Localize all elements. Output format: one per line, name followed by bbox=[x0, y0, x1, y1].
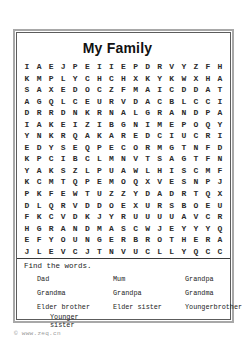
grid-cell: I bbox=[57, 153, 69, 165]
grid-cell: D bbox=[81, 223, 93, 235]
grid-cell: A bbox=[202, 84, 214, 96]
grid-cell: D bbox=[81, 200, 93, 212]
grid-cell: Q bbox=[69, 130, 81, 142]
grid-cell: K bbox=[45, 119, 57, 131]
grid-cell: R bbox=[142, 234, 154, 246]
grid-cell: S bbox=[57, 165, 69, 177]
grid-cell: A bbox=[33, 84, 45, 96]
grid-cell: C bbox=[117, 142, 129, 154]
grid-cell: Y bbox=[190, 223, 202, 235]
grid-cell: K bbox=[166, 73, 178, 85]
grid-cell: N bbox=[214, 153, 226, 165]
grid-cell: S bbox=[154, 153, 166, 165]
grid-cell: M bbox=[105, 176, 117, 188]
grid-cell: Y bbox=[45, 234, 57, 246]
grid-cell: U bbox=[166, 211, 178, 223]
grid-cell: D bbox=[142, 130, 154, 142]
grid-cell: E bbox=[57, 84, 69, 96]
grid-cell: A bbox=[33, 61, 45, 73]
grid-cell: J bbox=[154, 223, 166, 235]
grid-cell: A bbox=[33, 119, 45, 131]
grid-cell: P bbox=[45, 73, 57, 85]
couple-figure-icon bbox=[193, 39, 221, 58]
grid-cell: R bbox=[154, 107, 166, 119]
grid-cell: V bbox=[57, 246, 69, 258]
grid-cell: X bbox=[130, 200, 142, 212]
grid-cell: E bbox=[166, 176, 178, 188]
grid-cell: V bbox=[117, 96, 129, 108]
grid-cell: K bbox=[45, 130, 57, 142]
grid-cell: L bbox=[178, 96, 190, 108]
grid-cell: L bbox=[33, 246, 45, 258]
grid-cell: G bbox=[166, 142, 178, 154]
grid-cell: V bbox=[57, 211, 69, 223]
grid-cell: Z bbox=[105, 84, 117, 96]
grid-cell: R bbox=[142, 142, 154, 154]
grid-cell: D bbox=[190, 84, 202, 96]
grid-cell: E bbox=[93, 176, 105, 188]
header: My Family bbox=[17, 33, 230, 60]
grid-cell: P bbox=[69, 61, 81, 73]
grid-cell: L bbox=[57, 96, 69, 108]
grid-cell: N bbox=[69, 107, 81, 119]
grid-cell: T bbox=[214, 84, 226, 96]
grid-cell: R bbox=[57, 130, 69, 142]
grid-cell: S bbox=[117, 223, 129, 235]
grid-cell: Y bbox=[45, 142, 57, 154]
grid-cell: R bbox=[105, 96, 117, 108]
grid-cell: C bbox=[190, 130, 202, 142]
grid-cell: R bbox=[202, 234, 214, 246]
grid-cell: O bbox=[154, 234, 166, 246]
grid-cell: A bbox=[57, 223, 69, 235]
grandpa-avatar-icon bbox=[172, 273, 182, 285]
grid-cell: K bbox=[81, 211, 93, 223]
grid-cell: B bbox=[130, 234, 142, 246]
word-label: Grandma bbox=[37, 289, 66, 297]
grid-cell: A bbox=[117, 165, 129, 177]
grid-cell: Z bbox=[117, 188, 129, 200]
grid-cell: P bbox=[202, 107, 214, 119]
grid-cell: A bbox=[21, 96, 33, 108]
grid-cell: F bbox=[202, 61, 214, 73]
grid-cell: C bbox=[81, 153, 93, 165]
grid-cell: X bbox=[214, 188, 226, 200]
younger-brother-avatar-icon bbox=[172, 301, 182, 313]
grid-cell: D bbox=[190, 107, 202, 119]
grid-cell: Y bbox=[202, 223, 214, 235]
grid-cell: C bbox=[166, 84, 178, 96]
grid-cell: Y bbox=[154, 73, 166, 85]
grid-cell: N bbox=[190, 142, 202, 154]
grid-cell: F bbox=[117, 84, 129, 96]
grid-cell: C bbox=[154, 96, 166, 108]
grid-cell: H bbox=[214, 61, 226, 73]
grid-cell: N bbox=[130, 119, 142, 131]
grid-cell: K bbox=[142, 73, 154, 85]
grid-cell: T bbox=[190, 153, 202, 165]
grid-cell: C bbox=[81, 73, 93, 85]
grid-cell: U bbox=[154, 211, 166, 223]
grid-cell: R bbox=[33, 107, 45, 119]
grid-cell: D bbox=[130, 96, 142, 108]
word-item: Elder sister bbox=[100, 301, 172, 313]
grid-cell: E bbox=[45, 246, 57, 258]
grid-cell: G bbox=[117, 119, 129, 131]
grid-cell: E bbox=[105, 234, 117, 246]
grid-cell: R bbox=[117, 211, 129, 223]
grid-cell: Q bbox=[45, 96, 57, 108]
grid-cell: C bbox=[202, 211, 214, 223]
grid-cell: A bbox=[142, 84, 154, 96]
grid-cell: C bbox=[69, 246, 81, 258]
word-list-section: Find the words. DadMumGrandpaGrandmaGran… bbox=[17, 258, 230, 329]
grid-cell: I bbox=[214, 130, 226, 142]
grid-cell: U bbox=[105, 165, 117, 177]
grid-cell: Q bbox=[202, 119, 214, 131]
grid-cell: N bbox=[178, 107, 190, 119]
grid-cell: A bbox=[214, 107, 226, 119]
grid-cell: E bbox=[166, 223, 178, 235]
word-item: Elder brother bbox=[24, 301, 100, 313]
grid-cell: M bbox=[93, 223, 105, 235]
grid-cell: N bbox=[33, 130, 45, 142]
grid-cell: L bbox=[81, 165, 93, 177]
grid-cell: N bbox=[69, 223, 81, 235]
grandma-avatar-icon bbox=[24, 287, 34, 299]
grid-cell: A bbox=[142, 96, 154, 108]
grid-cell: V bbox=[130, 153, 142, 165]
grid-cell: C bbox=[105, 73, 117, 85]
grid-cell: E bbox=[81, 61, 93, 73]
grid-cell: D bbox=[21, 200, 33, 212]
grid-cell: B bbox=[178, 200, 190, 212]
grid-cell: S bbox=[21, 84, 33, 96]
grid-cell: R bbox=[57, 200, 69, 212]
grid-cell: E bbox=[21, 142, 33, 154]
grid-cell: F bbox=[214, 165, 226, 177]
grid-cell: N bbox=[81, 234, 93, 246]
grid-cell: C bbox=[45, 153, 57, 165]
grid-cell: P bbox=[178, 119, 190, 131]
grid-cell: W bbox=[130, 165, 142, 177]
find-words-label: Find the words. bbox=[24, 262, 223, 270]
grid-cell: K bbox=[21, 73, 33, 85]
grid-cell: V bbox=[117, 246, 129, 258]
word-label: Grandma bbox=[185, 289, 214, 297]
grid-cell: O bbox=[57, 234, 69, 246]
grid-cell: E bbox=[21, 234, 33, 246]
grid-cell: D bbox=[142, 61, 154, 73]
grid-cell: E bbox=[57, 188, 69, 200]
grid-cell: C bbox=[69, 96, 81, 108]
grid-cell: U bbox=[130, 211, 142, 223]
grid-cell: T bbox=[142, 153, 154, 165]
grid-cell: K bbox=[33, 211, 45, 223]
grid-cell: O bbox=[81, 84, 93, 96]
grid-cell: K bbox=[93, 130, 105, 142]
grid-cell: Q bbox=[214, 223, 226, 235]
elder-sister-avatar-icon bbox=[100, 301, 110, 313]
grid-cell: D bbox=[93, 200, 105, 212]
grid-cell: R bbox=[154, 61, 166, 73]
grid-cell: D bbox=[33, 142, 45, 154]
grid-cell: C bbox=[202, 96, 214, 108]
grid-cell: S bbox=[178, 176, 190, 188]
grid-cell: B bbox=[166, 96, 178, 108]
grid-cell: Y bbox=[105, 211, 117, 223]
grid-cell: P bbox=[130, 61, 142, 73]
grid-cell: N bbox=[105, 107, 117, 119]
grid-cell: Y bbox=[21, 130, 33, 142]
grid-cell: E bbox=[117, 61, 129, 73]
grid-cell: D bbox=[69, 84, 81, 96]
grid-cell: P bbox=[81, 176, 93, 188]
grid-cell: V bbox=[166, 61, 178, 73]
grid-cell: C bbox=[190, 96, 202, 108]
grid-cell: A bbox=[105, 130, 117, 142]
grid-cell: C bbox=[214, 246, 226, 258]
word-item: Grandpa bbox=[172, 273, 242, 285]
grid-cell: C bbox=[33, 176, 45, 188]
grid-cell: H bbox=[21, 223, 33, 235]
grid-cell: I bbox=[166, 130, 178, 142]
grid-cell: J bbox=[57, 61, 69, 73]
grid-cell: H bbox=[202, 73, 214, 85]
grid-cell: E bbox=[202, 200, 214, 212]
grid-cell: E bbox=[57, 119, 69, 131]
page-title: My Family bbox=[83, 40, 153, 56]
grid-cell: D bbox=[57, 107, 69, 119]
grid-cell: P bbox=[33, 153, 45, 165]
word-item: Grandma bbox=[24, 287, 100, 299]
grid-cell: Z bbox=[69, 165, 81, 177]
grid-cell: F bbox=[202, 153, 214, 165]
grid-cell: M bbox=[33, 73, 45, 85]
grid-cell: V bbox=[69, 200, 81, 212]
grid-cell: Z bbox=[81, 119, 93, 131]
grid-cell: C bbox=[154, 130, 166, 142]
grid-cell: D bbox=[166, 188, 178, 200]
word-label: Mum bbox=[113, 275, 125, 283]
word-label: Elder brother bbox=[37, 303, 90, 311]
grid-cell: I bbox=[142, 119, 154, 131]
grid-cell: A bbox=[33, 165, 45, 177]
grid-cell: Y bbox=[130, 188, 142, 200]
grid-cell: I bbox=[154, 84, 166, 96]
grid-cell: A bbox=[154, 188, 166, 200]
worksheet-inner-border: My Family IAEJPEIIEPDRVYZFHKMPLYCHCHXKYK… bbox=[16, 32, 231, 320]
grid-cell: C bbox=[142, 246, 154, 258]
grid-cell: A bbox=[117, 107, 129, 119]
grid-cell: H bbox=[154, 165, 166, 177]
grid-cell: Q bbox=[69, 176, 81, 188]
grid-cell: O bbox=[130, 142, 142, 154]
grid-cell: A bbox=[178, 211, 190, 223]
grid-cell: D bbox=[178, 84, 190, 96]
grid-cell: E bbox=[130, 130, 142, 142]
grid-cell: Q bbox=[45, 200, 57, 212]
grid-cell: Q bbox=[130, 176, 142, 188]
grid-cell: Y bbox=[178, 246, 190, 258]
grid-cell: R bbox=[178, 188, 190, 200]
grid-cell: M bbox=[45, 176, 57, 188]
grid-cell: I bbox=[93, 119, 105, 131]
grid-cell: F bbox=[21, 211, 33, 223]
grid-cell: T bbox=[93, 246, 105, 258]
word-list: DadMumGrandpaGrandmaGrandpaGrandmaElder … bbox=[24, 273, 223, 327]
word-label: Younger sister bbox=[50, 313, 100, 329]
word-label: Youngerbrother bbox=[185, 303, 242, 311]
grid-cell: Z bbox=[105, 188, 117, 200]
grid-cell: U bbox=[178, 130, 190, 142]
grid-cell: R bbox=[117, 234, 129, 246]
grid-cell: V bbox=[154, 176, 166, 188]
grid-cell: D bbox=[21, 107, 33, 119]
grid-cell: E bbox=[69, 142, 81, 154]
worksheet: My Family IAEJPEIIEPDRVYZFHKMPLYCHCHXKYK… bbox=[13, 29, 234, 323]
grid-cell: E bbox=[45, 61, 57, 73]
grid-cell: L bbox=[130, 107, 142, 119]
grid-cell: T bbox=[190, 188, 202, 200]
grid-cell: S bbox=[178, 165, 190, 177]
grid-cell: C bbox=[45, 211, 57, 223]
grid-cell: G bbox=[93, 234, 105, 246]
word-label: Dad bbox=[37, 275, 49, 283]
grid-cell: G bbox=[33, 96, 45, 108]
grid-cell: M bbox=[154, 119, 166, 131]
word-label: Grandpa bbox=[185, 275, 214, 283]
grid-cell: A bbox=[166, 107, 178, 119]
grid-cell: M bbox=[202, 165, 214, 177]
grid-cell: E bbox=[190, 234, 202, 246]
grid-cell: I bbox=[93, 61, 105, 73]
word-item: Dad bbox=[24, 273, 100, 285]
word-item: Mum bbox=[100, 273, 172, 285]
grid-cell: C bbox=[93, 84, 105, 96]
grid-cell: K bbox=[81, 107, 93, 119]
grid-cell: G bbox=[178, 153, 190, 165]
grid-cell: U bbox=[93, 188, 105, 200]
grid-cell: V bbox=[190, 211, 202, 223]
grid-cell: P bbox=[93, 142, 105, 154]
grid-cell: S bbox=[57, 142, 69, 154]
grid-cell: Y bbox=[214, 119, 226, 131]
word-item: Youngerbrother bbox=[172, 301, 242, 313]
grid-cell: U bbox=[130, 246, 142, 258]
grid-cell: J bbox=[214, 176, 226, 188]
dad-avatar-icon bbox=[24, 273, 34, 285]
grid-cell: D bbox=[214, 142, 226, 154]
grid-cell: X bbox=[45, 84, 57, 96]
grid-cell: Y bbox=[178, 61, 190, 73]
grid-cell: Q bbox=[202, 188, 214, 200]
grid-cell: T bbox=[166, 234, 178, 246]
mum-avatar-icon bbox=[100, 273, 110, 285]
grid-cell: Z bbox=[190, 61, 202, 73]
word-label: Elder sister bbox=[113, 303, 162, 311]
grid-cell: B bbox=[69, 153, 81, 165]
word-label: Grandpa bbox=[113, 289, 142, 297]
grid-cell: C bbox=[190, 165, 202, 177]
grid-cell: K bbox=[45, 165, 57, 177]
grid-cell: L bbox=[154, 246, 166, 258]
grid-cell: H bbox=[93, 73, 105, 85]
word-item: Grandpa bbox=[100, 287, 172, 299]
grid-cell: E bbox=[166, 119, 178, 131]
grid-cell: O bbox=[190, 119, 202, 131]
grid-cell: L bbox=[33, 200, 45, 212]
grid-cell: I bbox=[21, 61, 33, 73]
grid-cell: D bbox=[142, 188, 154, 200]
grid-cell: O bbox=[117, 176, 129, 188]
grid-cell: J bbox=[81, 246, 93, 258]
grid-cell: A bbox=[214, 73, 226, 85]
grid-cell: J bbox=[93, 211, 105, 223]
grid-cell: J bbox=[21, 246, 33, 258]
grid-cell: R bbox=[154, 200, 166, 212]
word-item: Grandma bbox=[172, 287, 242, 299]
grandpa-avatar-icon bbox=[100, 287, 110, 299]
grid-cell: R bbox=[202, 130, 214, 142]
grid-cell: N bbox=[190, 176, 202, 188]
grid-cell: H bbox=[117, 73, 129, 85]
grid-cell: U bbox=[142, 211, 154, 223]
grid-cell: P bbox=[202, 176, 214, 188]
grid-cell: X bbox=[190, 73, 202, 85]
grid-cell: W bbox=[69, 188, 81, 200]
grandma-avatar-icon bbox=[172, 287, 182, 299]
grid-cell: D bbox=[69, 211, 81, 223]
grid-cell: W bbox=[178, 73, 190, 85]
grid-cell: F bbox=[33, 234, 45, 246]
grid-cell: C bbox=[202, 246, 214, 258]
grid-cell: A bbox=[214, 234, 226, 246]
grid-cell: Y bbox=[21, 165, 33, 177]
grid-cell: X bbox=[142, 176, 154, 188]
grid-cell: I bbox=[69, 119, 81, 131]
younger-sister-avatar-icon bbox=[37, 315, 47, 327]
grid-cell: K bbox=[21, 176, 33, 188]
grid-cell: G bbox=[142, 107, 154, 119]
grid-cell: I bbox=[214, 96, 226, 108]
grid-cell: X bbox=[130, 73, 142, 85]
grid-cell: S bbox=[166, 200, 178, 212]
grid-cell: K bbox=[21, 153, 33, 165]
grid-cell: R bbox=[93, 107, 105, 119]
grid-cell: M bbox=[154, 142, 166, 154]
grid-cell: F bbox=[202, 142, 214, 154]
word-search-grid: IAEJPEIIEPDRVYZFHKMPLYCHCHXKYKWXHASAXEDO… bbox=[17, 60, 230, 257]
grid-cell: L bbox=[57, 73, 69, 85]
grid-cell: B bbox=[105, 119, 117, 131]
grid-cell: E bbox=[117, 200, 129, 212]
grid-cell: N bbox=[105, 246, 117, 258]
grid-cell: L bbox=[93, 153, 105, 165]
grid-cell: Y bbox=[69, 73, 81, 85]
word-item: Younger sister bbox=[37, 315, 100, 327]
grid-cell: Y bbox=[178, 223, 190, 235]
grid-cell: Q bbox=[81, 142, 93, 154]
grid-cell: G bbox=[33, 223, 45, 235]
grid-cell: L bbox=[166, 246, 178, 258]
grid-cell: A bbox=[81, 130, 93, 142]
grid-cell: A bbox=[105, 223, 117, 235]
elder-brother-avatar-icon bbox=[24, 301, 34, 313]
grid-cell: E bbox=[81, 96, 93, 108]
grid-cell: M bbox=[105, 153, 117, 165]
grid-cell: R bbox=[117, 130, 129, 142]
